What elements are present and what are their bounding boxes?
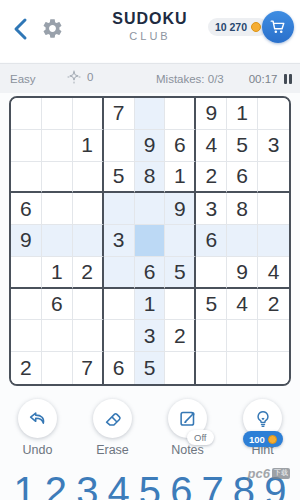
cell-r9c2[interactable]	[42, 352, 73, 384]
cell-r5c6[interactable]	[165, 225, 196, 257]
cell-r9c4[interactable]: 6	[104, 352, 135, 384]
cell-r2c3[interactable]: 1	[73, 130, 104, 162]
cell-r5c7[interactable]: 6	[196, 225, 227, 257]
cell-r8c4[interactable]	[104, 320, 135, 352]
cell-r4c8[interactable]: 8	[227, 193, 258, 225]
notes-button[interactable]: Notes Off	[150, 399, 225, 461]
erase-label: Erase	[96, 443, 129, 457]
cell-r4c6[interactable]: 9	[165, 193, 196, 225]
cell-r3c3[interactable]	[73, 162, 104, 194]
cell-r1c1[interactable]	[11, 98, 42, 130]
cell-r9c3[interactable]: 7	[73, 352, 104, 384]
cell-r7c7[interactable]: 5	[196, 289, 227, 321]
cell-r3c6[interactable]: 1	[165, 162, 196, 194]
toolbar: Undo Erase Notes Off	[0, 399, 300, 461]
cell-r1c6[interactable]	[165, 98, 196, 130]
cell-r3c5[interactable]: 8	[135, 162, 166, 194]
cell-r9c1[interactable]: 2	[11, 352, 42, 384]
undo-button[interactable]: Undo	[0, 399, 75, 461]
cell-r7c3[interactable]	[73, 289, 104, 321]
cell-r5c1[interactable]: 9	[11, 225, 42, 257]
cell-r2c2[interactable]	[42, 130, 73, 162]
hint-cost-value: 100	[249, 434, 265, 445]
timer-value: 00:17	[249, 70, 278, 85]
cell-r9c9[interactable]	[258, 352, 289, 384]
notes-off-badge: Off	[187, 430, 214, 445]
cell-r7c2[interactable]: 6	[42, 289, 73, 321]
numpad-5[interactable]: 5	[134, 469, 165, 500]
status-bar: Easy 0 Mistakes: 0/3 00:17	[0, 63, 300, 93]
lightbulb-icon	[252, 408, 274, 430]
cell-r2c4[interactable]	[104, 130, 135, 162]
numpad-9[interactable]: 9	[260, 469, 291, 500]
cell-r9c8[interactable]	[227, 352, 258, 384]
cell-r4c5[interactable]	[135, 193, 166, 225]
cell-r6c3[interactable]: 2	[73, 257, 104, 289]
cell-r1c7[interactable]: 9	[196, 98, 227, 130]
cell-r9c7[interactable]	[196, 352, 227, 384]
cell-r7c9[interactable]: 2	[258, 289, 289, 321]
cell-r6c4[interactable]	[104, 257, 135, 289]
cell-r7c4[interactable]	[104, 289, 135, 321]
numpad-3[interactable]: 3	[72, 469, 103, 500]
cell-r4c9[interactable]	[258, 193, 289, 225]
cell-r6c7[interactable]	[196, 257, 227, 289]
cell-r3c4[interactable]: 5	[104, 162, 135, 194]
star-burst-icon	[67, 70, 81, 84]
cell-r3c1[interactable]	[11, 162, 42, 194]
pause-button[interactable]	[284, 71, 293, 84]
numpad-7[interactable]: 7	[197, 469, 228, 500]
cell-r6c6[interactable]: 5	[165, 257, 196, 289]
coin-icon	[251, 22, 261, 32]
cell-r6c8[interactable]: 9	[227, 257, 258, 289]
cell-r8c8[interactable]	[227, 320, 258, 352]
cell-r2c7[interactable]: 4	[196, 130, 227, 162]
score-value: 0	[87, 71, 93, 83]
erase-button[interactable]: Erase	[75, 399, 150, 461]
cell-r8c2[interactable]	[42, 320, 73, 352]
cell-r5c3[interactable]	[73, 225, 104, 257]
wallet: 10 270	[208, 11, 294, 43]
cell-r4c2[interactable]	[42, 193, 73, 225]
eraser-icon	[102, 408, 124, 430]
cell-r8c6[interactable]: 2	[165, 320, 196, 352]
cell-r5c4[interactable]: 3	[104, 225, 135, 257]
cell-r4c1[interactable]: 6	[11, 193, 42, 225]
cell-r4c4[interactable]	[104, 193, 135, 225]
cell-r1c2[interactable]	[42, 98, 73, 130]
cell-r1c3[interactable]	[73, 98, 104, 130]
notes-pencil-icon	[177, 408, 199, 430]
cell-r5c9[interactable]	[258, 225, 289, 257]
cell-r5c8[interactable]	[227, 225, 258, 257]
cell-r6c9[interactable]: 4	[258, 257, 289, 289]
timer-group: 00:17	[249, 70, 292, 85]
coin-amount: 10 270	[215, 21, 247, 33]
number-pad: 123456789	[9, 469, 291, 500]
cell-r8c7[interactable]	[196, 320, 227, 352]
cell-r7c1[interactable]	[11, 289, 42, 321]
numpad-2[interactable]: 2	[40, 469, 71, 500]
cell-r3c8[interactable]: 6	[227, 162, 258, 194]
cell-r7c6[interactable]	[165, 289, 196, 321]
cell-r3c7[interactable]: 2	[196, 162, 227, 194]
cell-r8c3[interactable]	[73, 320, 104, 352]
cell-r1c5[interactable]	[135, 98, 166, 130]
sudoku-board: 79119645358126693893612659461542322765	[9, 96, 291, 386]
cell-r4c3[interactable]	[73, 193, 104, 225]
cell-r6c2[interactable]: 1	[42, 257, 73, 289]
top-bar: SUDOKU CLUB 10 270	[0, 0, 300, 62]
hint-button[interactable]: Hint 100	[225, 399, 300, 461]
numpad-6[interactable]: 6	[166, 469, 197, 500]
cell-r5c5[interactable]	[135, 225, 166, 257]
cell-r7c8[interactable]: 4	[227, 289, 258, 321]
numpad-1[interactable]: 1	[9, 469, 40, 500]
cell-r3c2[interactable]	[42, 162, 73, 194]
sudoku-app: SUDOKU CLUB 10 270 Easy 0	[0, 0, 300, 500]
hint-coin-icon	[268, 435, 277, 444]
cell-r8c9[interactable]	[258, 320, 289, 352]
coin-balance[interactable]: 10 270	[208, 18, 268, 36]
score-indicator: 0	[67, 70, 93, 84]
cell-r1c9[interactable]	[258, 98, 289, 130]
cell-r9c6[interactable]	[165, 352, 196, 384]
cell-r6c5[interactable]: 6	[135, 257, 166, 289]
cell-r8c1[interactable]	[11, 320, 42, 352]
cell-r2c9[interactable]: 3	[258, 130, 289, 162]
shop-button[interactable]	[262, 11, 294, 43]
cell-r5c2[interactable]	[42, 225, 73, 257]
cell-r1c4[interactable]: 7	[104, 98, 135, 130]
cart-icon	[269, 18, 287, 36]
undo-icon	[27, 408, 49, 430]
difficulty-label: Easy	[10, 73, 36, 85]
cell-r3c9[interactable]	[258, 162, 289, 194]
cell-r6c1[interactable]	[11, 257, 42, 289]
cell-r7c5[interactable]: 1	[135, 289, 166, 321]
cell-r2c1[interactable]	[11, 130, 42, 162]
cell-r4c7[interactable]: 3	[196, 193, 227, 225]
notes-label: Notes	[171, 443, 204, 457]
undo-label: Undo	[23, 443, 53, 457]
cell-r2c5[interactable]: 9	[135, 130, 166, 162]
cell-r8c5[interactable]: 3	[135, 320, 166, 352]
cell-r2c6[interactable]: 6	[165, 130, 196, 162]
hint-cost-badge: 100	[243, 431, 283, 447]
cell-r2c8[interactable]: 5	[227, 130, 258, 162]
cell-r9c5[interactable]: 5	[135, 352, 166, 384]
cell-r1c8[interactable]: 1	[227, 98, 258, 130]
numpad-8[interactable]: 8	[228, 469, 259, 500]
numpad-4[interactable]: 4	[103, 469, 134, 500]
mistakes-label: Mistakes: 0/3	[156, 73, 224, 85]
